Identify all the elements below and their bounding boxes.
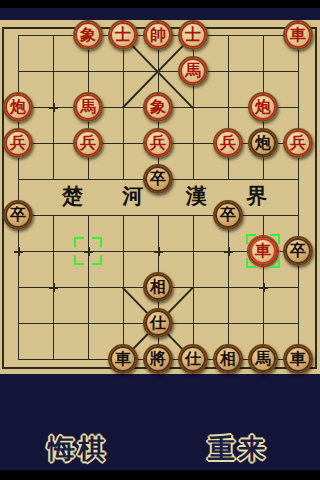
app-screen: { "game": "xiangqi", "ui": { "undo_label… [0, 0, 320, 480]
bottom-bar [0, 470, 320, 480]
piece-red-general[interactable]: 帥 [143, 20, 173, 50]
grid-line [228, 215, 229, 360]
grid-line [298, 35, 299, 360]
piece-red-soldier[interactable]: 兵 [3, 128, 33, 158]
piece-red-horse[interactable]: 馬 [178, 56, 208, 86]
piece-black-soldier[interactable]: 卒 [143, 164, 173, 194]
piece-red-soldier[interactable]: 兵 [283, 128, 313, 158]
position-marker [84, 247, 93, 256]
piece-black-chariot[interactable]: 車 [283, 344, 313, 374]
piece-red-chariot[interactable]: 車 [248, 236, 278, 266]
piece-black-soldier[interactable]: 卒 [3, 200, 33, 230]
position-marker [14, 247, 23, 256]
piece-black-general[interactable]: 將 [143, 344, 173, 374]
undo-button[interactable]: 悔棋 [28, 431, 128, 467]
position-marker [49, 103, 58, 112]
position-marker [259, 283, 268, 292]
top-bar [0, 0, 320, 8]
grid-line [228, 35, 229, 180]
piece-red-soldier[interactable]: 兵 [213, 128, 243, 158]
piece-black-horse[interactable]: 馬 [248, 344, 278, 374]
piece-black-soldier[interactable]: 卒 [283, 236, 313, 266]
piece-black-elephant[interactable]: 相 [213, 344, 243, 374]
piece-black-advisor[interactable]: 仕 [178, 344, 208, 374]
restart-button[interactable]: 重来 [188, 431, 288, 467]
piece-red-cannon[interactable]: 炮 [3, 92, 33, 122]
piece-black-soldier[interactable]: 卒 [213, 200, 243, 230]
position-marker [154, 247, 163, 256]
piece-red-cannon[interactable]: 炮 [248, 92, 278, 122]
piece-red-advisor[interactable]: 士 [108, 20, 138, 50]
piece-black-advisor[interactable]: 仕 [143, 308, 173, 338]
piece-red-chariot[interactable]: 車 [283, 20, 313, 50]
piece-black-cannon[interactable]: 炮 [248, 128, 278, 158]
position-marker [49, 283, 58, 292]
position-marker [224, 247, 233, 256]
piece-red-advisor[interactable]: 士 [178, 20, 208, 50]
piece-red-elephant[interactable]: 象 [73, 20, 103, 50]
piece-red-soldier[interactable]: 兵 [73, 128, 103, 158]
piece-red-elephant[interactable]: 象 [143, 92, 173, 122]
piece-red-horse[interactable]: 馬 [73, 92, 103, 122]
piece-black-elephant[interactable]: 相 [143, 272, 173, 302]
grid-line [18, 35, 19, 360]
piece-black-chariot[interactable]: 車 [108, 344, 138, 374]
piece-red-soldier[interactable]: 兵 [143, 128, 173, 158]
grid-line [88, 215, 89, 360]
xiangqi-board[interactable]: 楚 河 漢 界 象士帥士車馬炮馬象炮兵兵兵兵兵車炮卒卒卒卒相仕車將仕相馬車 [0, 20, 320, 374]
